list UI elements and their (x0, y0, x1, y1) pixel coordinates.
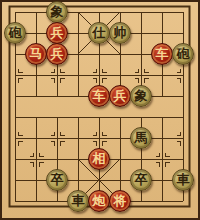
piece-black-cannon[interactable]: 砲 (4, 22, 26, 44)
piece-black-cannon[interactable]: 砲 (172, 43, 194, 65)
piece-black-soldier[interactable]: 卒 (46, 169, 68, 191)
piece-black-chariot[interactable]: 車 (172, 169, 194, 191)
piece-red-soldier[interactable]: 兵 (46, 43, 68, 65)
piece-black-elephant[interactable]: 象 (130, 85, 152, 107)
xiangqi-app: 象砲兵仕帅马兵车砲车兵象馬相卒卒車車炮将 (0, 0, 200, 220)
piece-red-soldier[interactable]: 兵 (46, 22, 68, 44)
board-grid[interactable]: 象砲兵仕帅马兵车砲车兵象馬相卒卒車車炮将 (4, 1, 193, 211)
piece-red-chariot[interactable]: 车 (88, 85, 110, 107)
piece-black-chariot[interactable]: 車 (67, 190, 89, 212)
piece-black-soldier[interactable]: 卒 (130, 169, 152, 191)
piece-red-chariot[interactable]: 车 (151, 43, 173, 65)
piece-red-general[interactable]: 将 (109, 190, 131, 212)
piece-red-soldier[interactable]: 兵 (109, 85, 131, 107)
piece-black-general[interactable]: 帅 (109, 22, 131, 44)
piece-red-horse[interactable]: 马 (25, 43, 47, 65)
piece-red-elephant[interactable]: 相 (88, 148, 110, 170)
piece-black-horse[interactable]: 馬 (130, 127, 152, 149)
piece-red-cannon[interactable]: 炮 (88, 190, 110, 212)
piece-black-advisor[interactable]: 仕 (88, 22, 110, 44)
piece-black-elephant[interactable]: 象 (46, 1, 68, 23)
